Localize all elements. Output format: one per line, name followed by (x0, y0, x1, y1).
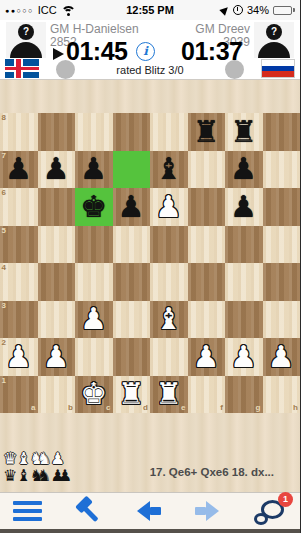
piece-white-pawn: ♟ (263, 338, 301, 376)
piece-white-rook: ♜ (113, 376, 151, 414)
square-f5[interactable] (188, 226, 226, 264)
wifi-icon (61, 5, 76, 16)
square-a1[interactable]: 1a (0, 376, 38, 414)
captured-black-queen: ♛ (3, 467, 17, 484)
avatar-unknown-glyph: ? (6, 26, 46, 37)
alarm-clock-icon (233, 5, 243, 15)
square-d1[interactable]: d♜ (113, 376, 151, 414)
square-f8[interactable]: ♜ (188, 113, 226, 151)
side-to-move-icon (53, 48, 64, 60)
square-d6[interactable]: ♟ (113, 188, 151, 226)
square-e3[interactable]: ♝ (150, 301, 188, 339)
back-arrow-icon (137, 501, 150, 521)
piece-white-pawn: ♟ (150, 188, 188, 226)
back-move-button[interactable] (137, 501, 161, 521)
square-e4[interactable] (150, 263, 188, 301)
square-b6[interactable] (38, 188, 76, 226)
location-services-icon (219, 4, 230, 15)
white-player-name: GM H-Danielsen (50, 22, 139, 36)
chat-button[interactable]: 1 (253, 497, 287, 525)
piece-white-pawn: ♟ (225, 338, 263, 376)
avatar-silhouette-icon (10, 42, 42, 58)
square-c8[interactable] (75, 113, 113, 151)
square-e2[interactable] (150, 338, 188, 376)
piece-black-pawn: ♟ (113, 188, 151, 226)
square-d2[interactable] (113, 338, 151, 376)
rank-label-4: 4 (2, 264, 6, 272)
piece-black-pawn: ♟ (0, 151, 38, 189)
white-player-avatar[interactable]: ? (6, 22, 46, 58)
menu-button[interactable] (13, 501, 42, 522)
square-c6[interactable]: ♚ (75, 188, 113, 226)
screen-bottom-edge (0, 529, 300, 533)
square-e8[interactable] (150, 113, 188, 151)
rank-label-8: 8 (2, 114, 6, 122)
piece-black-king: ♚ (75, 188, 113, 226)
bottom-toolbar: 1 (0, 492, 300, 529)
square-f4[interactable] (188, 263, 226, 301)
file-label-b: b (68, 404, 73, 412)
square-d7[interactable] (113, 151, 151, 189)
move-list[interactable]: 17. Qe6+ Qxe6 18. dx... (150, 466, 274, 478)
square-d5[interactable] (113, 226, 151, 264)
square-h2[interactable]: ♟ (263, 338, 301, 376)
piece-black-pawn: ♟ (38, 151, 76, 189)
square-c1[interactable]: c♚ (75, 376, 113, 414)
square-f2[interactable]: ♟ (188, 338, 226, 376)
square-g6[interactable]: ♟ (225, 188, 263, 226)
square-h1[interactable]: h (263, 376, 301, 414)
white-clock: 01:45 (66, 37, 127, 66)
rank-label-1: 1 (2, 377, 6, 385)
square-f6[interactable] (188, 188, 226, 226)
piece-white-rook: ♜ (150, 376, 188, 414)
carrier-label: ICC (38, 4, 57, 16)
captured-white-pieces: ♛♝♞♞♟ (3, 450, 72, 467)
square-c2[interactable] (75, 338, 113, 376)
black-player-name: GM Dreev (195, 22, 250, 36)
forward-move-button[interactable] (195, 501, 219, 521)
piece-black-pawn: ♟ (225, 151, 263, 189)
battery-icon (273, 6, 295, 15)
signal-strength-icon: ●●○○○ (5, 7, 34, 14)
square-b7[interactable]: ♟ (38, 151, 76, 189)
square-h5[interactable] (263, 226, 301, 264)
avatar-unknown-glyph: ? (254, 26, 294, 37)
piece-black-rook: ♜ (225, 113, 263, 151)
square-b8[interactable] (38, 113, 76, 151)
square-e1[interactable]: e♜ (150, 376, 188, 414)
avatar-silhouette-icon (258, 42, 290, 58)
square-a2[interactable]: 2♟ (0, 338, 38, 376)
status-bar: ●●○○○ ICC 12:55 PM 34% (0, 0, 300, 20)
piece-white-pawn: ♟ (188, 338, 226, 376)
chess-app-screen: ●●○○○ ICC 12:55 PM 34% ? ? GM H-Danielse… (0, 0, 300, 533)
square-e7[interactable]: ♝ (150, 151, 188, 189)
square-c5[interactable] (75, 226, 113, 264)
game-type-label: rated Blitz 3/0 (0, 64, 300, 76)
square-f3[interactable] (188, 301, 226, 339)
chess-board[interactable]: 8♜♜7♟♟♟♝♟6♚♟♟♟543♟♝2♟♟♟♟♟1abc♚d♜e♜fgh (0, 113, 300, 413)
captured-white-bishop: ♝ (16, 450, 30, 467)
square-e6[interactable]: ♟ (150, 188, 188, 226)
square-h7[interactable] (263, 151, 301, 189)
square-e5[interactable] (150, 226, 188, 264)
player-section: ? ? GM H-Danielsen 2852 GM Dreev 3039 01… (0, 20, 300, 80)
square-a8[interactable]: 8 (0, 113, 38, 151)
square-a7[interactable]: 7♟ (0, 151, 38, 189)
file-label-a: a (31, 404, 35, 412)
square-d8[interactable] (113, 113, 151, 151)
square-c7[interactable]: ♟ (75, 151, 113, 189)
black-player-avatar[interactable]: ? (254, 22, 294, 58)
piece-white-pawn: ♟ (38, 338, 76, 376)
black-status-dot (225, 60, 244, 79)
battery-percent-label: 34% (247, 4, 269, 16)
square-g5[interactable] (225, 226, 263, 264)
square-a4[interactable]: 4 (0, 263, 38, 301)
piece-white-king: ♚ (75, 376, 113, 414)
piece-white-bishop: ♝ (150, 301, 188, 339)
square-h3[interactable] (263, 301, 301, 339)
square-b1[interactable]: b (38, 376, 76, 414)
square-f7[interactable] (188, 151, 226, 189)
piece-black-pawn: ♟ (75, 151, 113, 189)
rank-label-6: 6 (2, 189, 6, 197)
square-g3[interactable] (225, 301, 263, 339)
square-b4[interactable] (38, 263, 76, 301)
square-h4[interactable] (263, 263, 301, 301)
piece-white-pawn: ♟ (75, 301, 113, 339)
square-c4[interactable] (75, 263, 113, 301)
square-g7[interactable]: ♟ (225, 151, 263, 189)
square-b5[interactable] (38, 226, 76, 264)
square-g2[interactable]: ♟ (225, 338, 263, 376)
file-label-h: h (293, 404, 298, 412)
piece-black-pawn: ♟ (225, 188, 263, 226)
captured-white-knight: ♞ (37, 450, 51, 467)
game-info-button[interactable]: i (136, 42, 155, 61)
piece-white-pawn: ♟ (0, 338, 38, 376)
piece-black-bishop: ♝ (150, 151, 188, 189)
file-label-g: g (256, 404, 261, 412)
square-c3[interactable]: ♟ (75, 301, 113, 339)
piece-black-rook: ♜ (188, 113, 226, 151)
square-h6[interactable] (263, 188, 301, 226)
square-g1[interactable]: g (225, 376, 263, 414)
chat-unread-badge: 1 (278, 492, 293, 507)
captured-black-knight: ♞ (37, 467, 51, 484)
square-g8[interactable]: ♜ (225, 113, 263, 151)
square-h8[interactable] (263, 113, 301, 151)
captured-white-queen: ♛ (3, 450, 17, 467)
russia-flag-icon (261, 59, 295, 78)
captured-black-bishop: ♝ (16, 467, 30, 484)
seek-game-button[interactable] (76, 498, 103, 525)
square-b2[interactable]: ♟ (38, 338, 76, 376)
forward-arrow-icon (206, 501, 219, 521)
square-g4[interactable] (225, 263, 263, 301)
square-a5[interactable]: 5 (0, 226, 38, 264)
rank-label-3: 3 (2, 302, 6, 310)
captured-black-pawn: ♟ (58, 467, 72, 484)
rank-label-5: 5 (2, 227, 6, 235)
square-a3[interactable]: 3 (0, 301, 38, 339)
square-b3[interactable] (38, 301, 76, 339)
captured-black-pieces: ♛♝♞♞♟♟ (3, 467, 72, 484)
square-d4[interactable] (113, 263, 151, 301)
square-f1[interactable]: f (188, 376, 226, 414)
captured-white-pawn: ♟ (50, 450, 64, 467)
square-d3[interactable] (113, 301, 151, 339)
square-a6[interactable]: 6 (0, 188, 38, 226)
file-label-f: f (220, 404, 223, 412)
captured-pieces-tray: ♛♝♞♞♟ ♛♝♞♞♟♟ (3, 450, 72, 484)
